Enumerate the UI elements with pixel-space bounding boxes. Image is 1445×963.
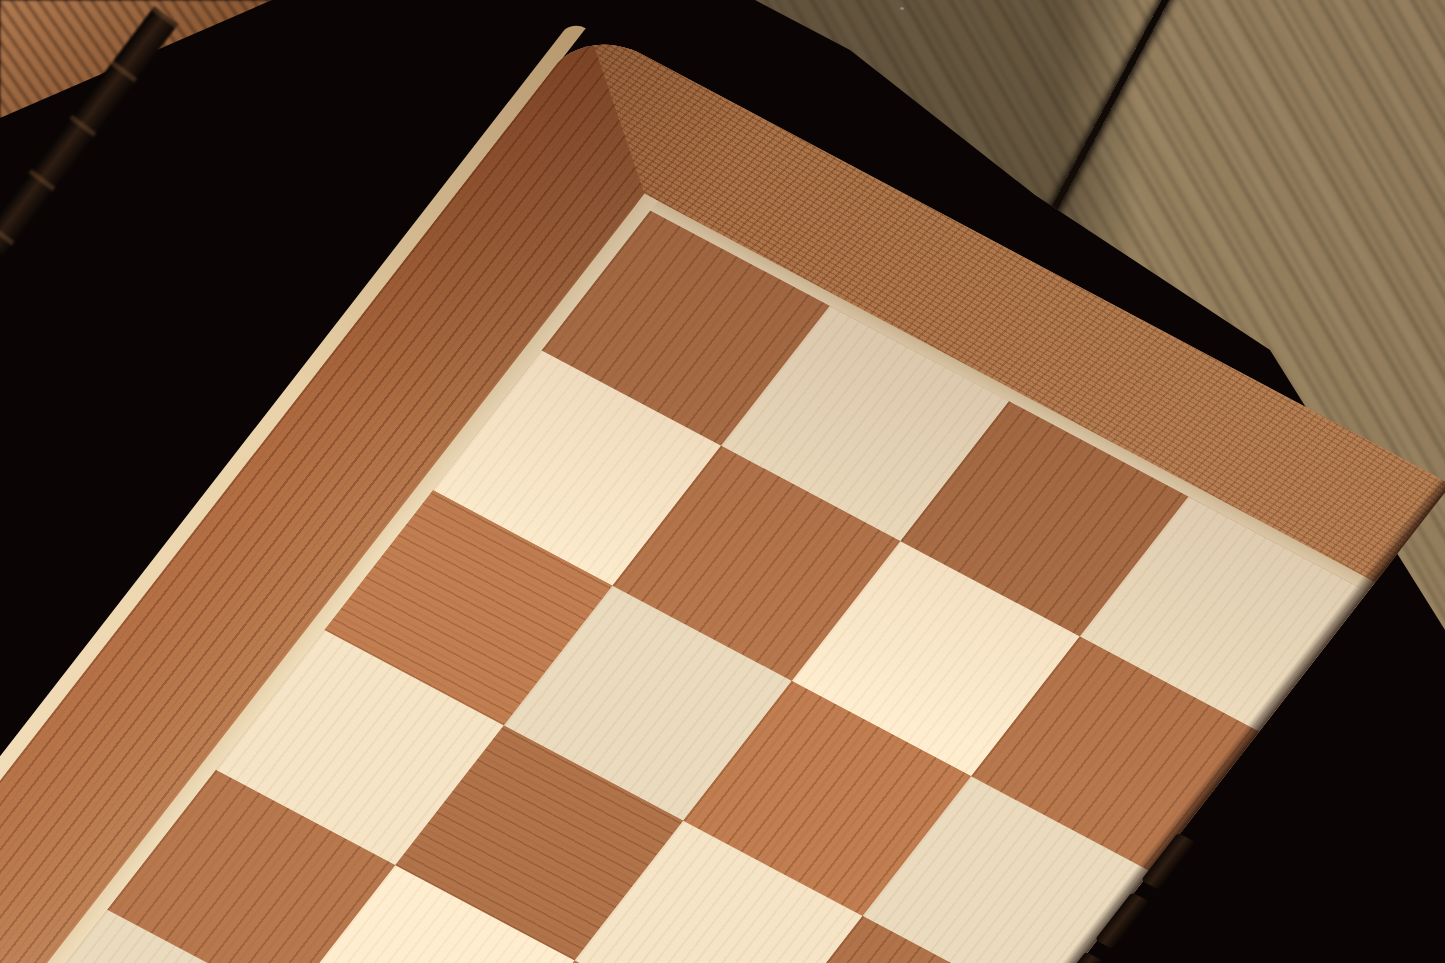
scene	[0, 0, 1445, 963]
dust-speck	[900, 7, 904, 10]
